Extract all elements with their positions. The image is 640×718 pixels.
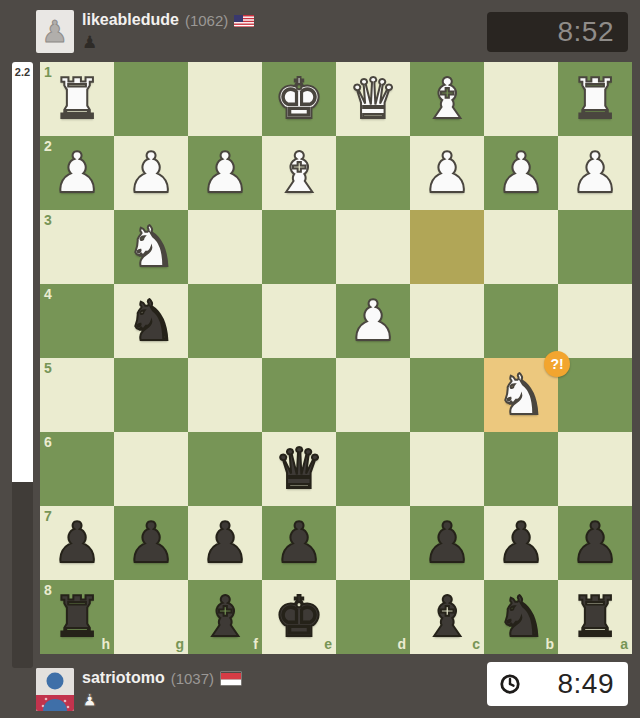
rank-label-5: 5 bbox=[44, 361, 52, 375]
square-f5[interactable] bbox=[188, 358, 262, 432]
bottom-player-clock-active: 8:49 bbox=[487, 662, 628, 706]
file-label-g: g bbox=[175, 637, 184, 651]
square-a4[interactable] bbox=[558, 284, 632, 358]
black-rook[interactable]: ♜ bbox=[40, 580, 114, 654]
black-pawn[interactable]: ♟ bbox=[484, 506, 558, 580]
rank-label-4: 4 bbox=[44, 287, 52, 301]
evaluation-bar: 2.2 bbox=[12, 62, 33, 668]
square-c3[interactable] bbox=[410, 210, 484, 284]
square-b2[interactable]: ♟ bbox=[484, 136, 558, 210]
square-g4[interactable]: ♞ bbox=[114, 284, 188, 358]
square-h5[interactable]: 5 bbox=[40, 358, 114, 432]
square-d1[interactable]: ♛ bbox=[336, 62, 410, 136]
square-a6[interactable] bbox=[558, 432, 632, 506]
black-king[interactable]: ♚ bbox=[262, 580, 336, 654]
white-pawn[interactable]: ♟ bbox=[40, 136, 114, 210]
square-d7[interactable] bbox=[336, 506, 410, 580]
square-g3[interactable]: ♞ bbox=[114, 210, 188, 284]
white-rook[interactable]: ♜ bbox=[40, 62, 114, 136]
file-label-d: d bbox=[397, 637, 406, 651]
black-pawn[interactable]: ♟ bbox=[40, 506, 114, 580]
black-pawn[interactable]: ♟ bbox=[558, 506, 632, 580]
bottom-player-rating: (1037) bbox=[171, 670, 214, 687]
top-captured-pieces: ♟ bbox=[82, 32, 254, 52]
top-player-clock: 8:52 bbox=[487, 12, 628, 52]
square-e2[interactable]: ♝ bbox=[262, 136, 336, 210]
white-pawn[interactable]: ♟ bbox=[188, 136, 262, 210]
rank-label-6: 6 bbox=[44, 435, 52, 449]
black-bishop[interactable]: ♝ bbox=[410, 580, 484, 654]
white-pawn[interactable]: ♟ bbox=[558, 136, 632, 210]
white-rook[interactable]: ♜ bbox=[558, 62, 632, 136]
top-player-name[interactable]: likeabledude bbox=[82, 11, 179, 29]
white-pawn[interactable]: ♟ bbox=[336, 284, 410, 358]
square-b1[interactable] bbox=[484, 62, 558, 136]
square-f7[interactable]: ♟ bbox=[188, 506, 262, 580]
white-bishop[interactable]: ♝ bbox=[410, 62, 484, 136]
black-pawn[interactable]: ♟ bbox=[188, 506, 262, 580]
white-pawn[interactable]: ♟ bbox=[114, 136, 188, 210]
inaccuracy-badge: ?! bbox=[544, 351, 570, 377]
square-e3[interactable] bbox=[262, 210, 336, 284]
chess-board[interactable]: 1♜♚♛♝♜2♟♟♟♝♟♟♟3♞4♞♟5♞?!6♛7♟♟♟♟♟♟♟8h♜gf♝e… bbox=[40, 62, 632, 654]
square-g5[interactable] bbox=[114, 358, 188, 432]
square-b4[interactable] bbox=[484, 284, 558, 358]
square-g1[interactable] bbox=[114, 62, 188, 136]
square-e6[interactable]: ♛ bbox=[262, 432, 336, 506]
square-e1[interactable]: ♚ bbox=[262, 62, 336, 136]
black-pawn[interactable]: ♟ bbox=[410, 506, 484, 580]
captured-white-pawn-icon: ♟ bbox=[82, 692, 97, 709]
square-d6[interactable] bbox=[336, 432, 410, 506]
top-player-avatar[interactable]: ♟ bbox=[36, 10, 74, 53]
bottom-player-bar: satriotomo (1037) ♟ 8:49 bbox=[0, 656, 640, 718]
square-f2[interactable]: ♟ bbox=[188, 136, 262, 210]
white-pawn[interactable]: ♟ bbox=[410, 136, 484, 210]
us-flag-icon bbox=[234, 14, 254, 27]
square-e7[interactable]: ♟ bbox=[262, 506, 336, 580]
white-knight[interactable]: ♞ bbox=[114, 210, 188, 284]
indonesia-flag-icon bbox=[220, 671, 242, 686]
square-g7[interactable]: ♟ bbox=[114, 506, 188, 580]
square-h3[interactable]: 3 bbox=[40, 210, 114, 284]
square-b8[interactable]: b♞ bbox=[484, 580, 558, 654]
square-h2[interactable]: 2♟ bbox=[40, 136, 114, 210]
square-e8[interactable]: e♚ bbox=[262, 580, 336, 654]
square-c7[interactable]: ♟ bbox=[410, 506, 484, 580]
square-e4[interactable] bbox=[262, 284, 336, 358]
bottom-player-avatar[interactable] bbox=[36, 668, 74, 711]
square-c4[interactable] bbox=[410, 284, 484, 358]
evaluation-score: 2.2 bbox=[12, 66, 33, 78]
square-d4[interactable]: ♟ bbox=[336, 284, 410, 358]
square-a5[interactable] bbox=[558, 358, 632, 432]
square-f1[interactable] bbox=[188, 62, 262, 136]
square-d5[interactable] bbox=[336, 358, 410, 432]
square-c8[interactable]: c♝ bbox=[410, 580, 484, 654]
pawn-avatar-icon: ♟ bbox=[42, 17, 69, 47]
black-rook[interactable]: ♜ bbox=[558, 580, 632, 654]
square-a7[interactable]: ♟ bbox=[558, 506, 632, 580]
white-queen[interactable]: ♛ bbox=[336, 62, 410, 136]
black-queen[interactable]: ♛ bbox=[262, 432, 336, 506]
square-e5[interactable] bbox=[262, 358, 336, 432]
black-knight[interactable]: ♞ bbox=[114, 284, 188, 358]
square-a2[interactable]: ♟ bbox=[558, 136, 632, 210]
square-c2[interactable]: ♟ bbox=[410, 136, 484, 210]
black-pawn[interactable]: ♟ bbox=[262, 506, 336, 580]
square-c6[interactable] bbox=[410, 432, 484, 506]
square-f3[interactable] bbox=[188, 210, 262, 284]
square-h1[interactable]: 1♜ bbox=[40, 62, 114, 136]
square-g8[interactable]: g bbox=[114, 580, 188, 654]
white-king[interactable]: ♚ bbox=[262, 62, 336, 136]
white-pawn[interactable]: ♟ bbox=[484, 136, 558, 210]
square-f8[interactable]: f♝ bbox=[188, 580, 262, 654]
white-bishop[interactable]: ♝ bbox=[262, 136, 336, 210]
black-bishop[interactable]: ♝ bbox=[188, 580, 262, 654]
square-b7[interactable]: ♟ bbox=[484, 506, 558, 580]
person-avatar-icon bbox=[36, 668, 74, 711]
black-pawn[interactable]: ♟ bbox=[114, 506, 188, 580]
bottom-captured-pieces: ♟ bbox=[82, 690, 242, 710]
top-player-bar: ♟ likeabledude (1062) ♟ 8:52 bbox=[0, 0, 640, 62]
square-d3[interactable] bbox=[336, 210, 410, 284]
clock-icon bbox=[499, 673, 521, 695]
evaluation-bar-white-portion bbox=[12, 62, 33, 482]
rank-label-3: 3 bbox=[44, 213, 52, 227]
square-a1[interactable]: ♜ bbox=[558, 62, 632, 136]
square-d2[interactable] bbox=[336, 136, 410, 210]
captured-black-pawn-icon: ♟ bbox=[82, 34, 97, 51]
square-c5[interactable] bbox=[410, 358, 484, 432]
square-b5[interactable]: ♞?! bbox=[484, 358, 558, 432]
square-h6[interactable]: 6 bbox=[40, 432, 114, 506]
square-a8[interactable]: a♜ bbox=[558, 580, 632, 654]
square-h7[interactable]: 7♟ bbox=[40, 506, 114, 580]
square-h8[interactable]: 8h♜ bbox=[40, 580, 114, 654]
square-b3[interactable] bbox=[484, 210, 558, 284]
square-b6[interactable] bbox=[484, 432, 558, 506]
square-c1[interactable]: ♝ bbox=[410, 62, 484, 136]
square-a3[interactable] bbox=[558, 210, 632, 284]
square-d8[interactable]: d bbox=[336, 580, 410, 654]
bottom-player-name[interactable]: satriotomo bbox=[82, 669, 165, 687]
square-f4[interactable] bbox=[188, 284, 262, 358]
square-f6[interactable] bbox=[188, 432, 262, 506]
black-knight[interactable]: ♞ bbox=[484, 580, 558, 654]
square-g2[interactable]: ♟ bbox=[114, 136, 188, 210]
square-g6[interactable] bbox=[114, 432, 188, 506]
top-player-rating: (1062) bbox=[185, 12, 228, 29]
square-h4[interactable]: 4 bbox=[40, 284, 114, 358]
